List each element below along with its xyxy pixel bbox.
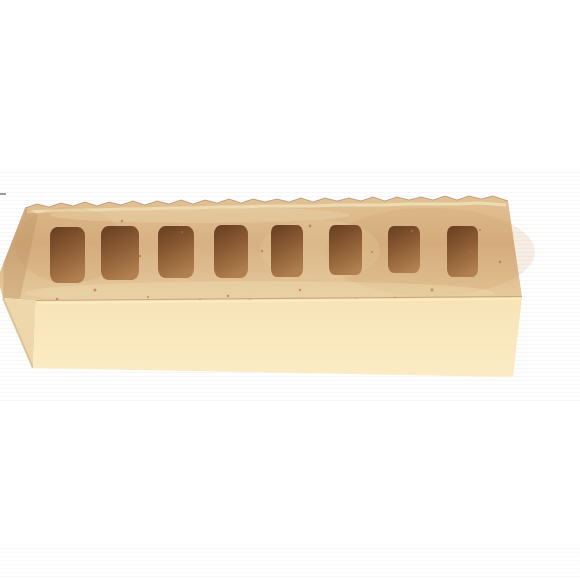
brick-perforation — [388, 226, 420, 273]
brick-perforation — [158, 226, 194, 278]
mineral-speck — [479, 229, 481, 231]
brick-perforation — [50, 227, 85, 283]
brick-perforation — [271, 225, 303, 277]
mineral-speck — [499, 261, 502, 264]
brick-perforation — [214, 225, 248, 278]
mineral-speck — [299, 289, 301, 291]
mottle-patch — [50, 207, 350, 223]
photo-canvas — [0, 0, 580, 580]
mineral-speck — [261, 250, 263, 252]
mineral-speck — [469, 250, 471, 252]
mineral-speck — [94, 289, 97, 292]
mineral-speck — [227, 295, 229, 297]
mineral-speck — [411, 230, 414, 233]
mineral-speck — [309, 225, 312, 228]
dust-artifact — [0, 193, 6, 195]
mineral-speck — [121, 220, 123, 222]
brick-perforation — [329, 225, 362, 275]
mineral-speck — [431, 289, 434, 292]
mineral-speck — [139, 255, 142, 258]
mineral-speck — [181, 231, 183, 233]
brick-perforation — [447, 226, 478, 277]
mineral-speck — [371, 251, 373, 253]
brick-photo — [0, 0, 580, 580]
mineral-speck — [147, 296, 149, 298]
brick-front-face — [33, 297, 522, 377]
brick-perforation — [101, 226, 139, 280]
